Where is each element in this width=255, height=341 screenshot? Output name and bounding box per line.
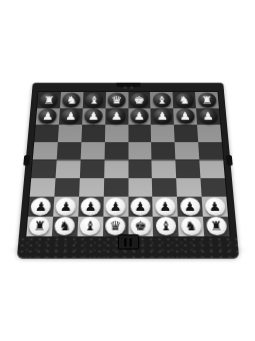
- piece-black-rook-a8[interactable]: ♜: [39, 92, 58, 107]
- piece-white-pawn-c2[interactable]: ♟: [80, 197, 100, 215]
- latch-peg: [123, 86, 126, 88]
- square-d2[interactable]: ♟: [103, 197, 128, 217]
- square-h1[interactable]: ♜: [202, 216, 229, 236]
- square-c8[interactable]: ♝: [82, 92, 105, 108]
- square-f3[interactable]: [152, 178, 177, 197]
- square-d6[interactable]: [104, 125, 127, 142]
- piece-black-pawn-g7[interactable]: ♟: [175, 109, 194, 124]
- square-h7[interactable]: ♟: [196, 108, 220, 125]
- square-h4[interactable]: [199, 159, 224, 177]
- fold-seam: [25, 159, 230, 161]
- square-g7[interactable]: ♟: [173, 108, 197, 125]
- square-f8[interactable]: ♝: [150, 92, 173, 108]
- square-a3[interactable]: [29, 178, 55, 197]
- piece-black-bishop-f8[interactable]: ♝: [152, 92, 170, 107]
- square-b7[interactable]: ♟: [58, 108, 82, 125]
- square-e5[interactable]: [128, 142, 152, 160]
- piece-white-rook-a1[interactable]: ♜: [28, 217, 49, 236]
- piece-black-pawn-a7[interactable]: ♟: [38, 109, 57, 124]
- clasp-slit: [124, 238, 126, 246]
- piece-black-king-e8[interactable]: ♚: [130, 92, 148, 107]
- piece-white-pawn-b2[interactable]: ♟: [55, 197, 76, 215]
- square-d4[interactable]: [103, 159, 127, 177]
- square-h8[interactable]: ♜: [195, 92, 219, 108]
- square-e6[interactable]: [128, 125, 151, 142]
- piece-black-bishop-c8[interactable]: ♝: [84, 92, 102, 107]
- top-frame: [31, 83, 223, 91]
- clasp-slit: [129, 238, 131, 246]
- clasp: [117, 234, 139, 249]
- square-h3[interactable]: [200, 178, 226, 197]
- latch-peg: [129, 86, 132, 88]
- piece-white-knight-b1[interactable]: ♞: [54, 217, 75, 236]
- square-f2[interactable]: ♟: [152, 197, 177, 217]
- square-g4[interactable]: [175, 159, 200, 177]
- square-a6[interactable]: [34, 125, 59, 142]
- square-b2[interactable]: ♟: [53, 197, 79, 217]
- square-b6[interactable]: [57, 125, 81, 142]
- square-g1[interactable]: ♞: [177, 216, 203, 236]
- square-a5[interactable]: [32, 142, 57, 160]
- piece-white-bishop-c1[interactable]: ♝: [79, 217, 100, 236]
- chess-set: ♜♞♝♛♚♝♞♜♟♟♟♟♟♟♟♟♟♟♟♟♟♟♟♟♜♞♝♛♚♝♞♜: [16, 83, 238, 257]
- chess-set-perspective-wrap: ♜♞♝♛♚♝♞♜♟♟♟♟♟♟♟♟♟♟♟♟♟♟♟♟♜♞♝♛♚♝♞♜: [16, 83, 238, 257]
- square-g6[interactable]: [174, 125, 198, 142]
- square-g2[interactable]: ♟: [177, 197, 203, 217]
- piece-white-pawn-e2[interactable]: ♟: [130, 197, 150, 215]
- square-d8[interactable]: ♛: [105, 92, 128, 108]
- piece-white-pawn-a2[interactable]: ♟: [30, 197, 51, 215]
- square-c2[interactable]: ♟: [78, 197, 103, 217]
- piece-white-king-e1[interactable]: ♚: [130, 217, 150, 236]
- square-e4[interactable]: [128, 159, 152, 177]
- chess-board: ♜♞♝♛♚♝♞♜♟♟♟♟♟♟♟♟♟♟♟♟♟♟♟♟♜♞♝♛♚♝♞♜: [26, 92, 229, 236]
- square-b3[interactable]: [54, 178, 79, 197]
- piece-black-queen-d8[interactable]: ♛: [107, 92, 125, 107]
- square-a1[interactable]: ♜: [26, 216, 53, 236]
- piece-white-queen-d1[interactable]: ♛: [105, 217, 125, 236]
- piece-black-knight-b8[interactable]: ♞: [62, 92, 81, 107]
- piece-white-bishop-f1[interactable]: ♝: [155, 217, 176, 236]
- square-g3[interactable]: [176, 178, 201, 197]
- piece-white-pawn-f2[interactable]: ♟: [155, 197, 175, 215]
- square-f7[interactable]: ♟: [150, 108, 173, 125]
- piece-white-pawn-g2[interactable]: ♟: [179, 197, 200, 215]
- piece-white-rook-h1[interactable]: ♜: [205, 217, 226, 236]
- square-a2[interactable]: ♟: [28, 197, 54, 217]
- piece-black-rook-h8[interactable]: ♜: [197, 92, 216, 107]
- square-a8[interactable]: ♜: [37, 92, 61, 108]
- square-f5[interactable]: [151, 142, 175, 160]
- square-e2[interactable]: ♟: [128, 197, 153, 217]
- square-d5[interactable]: [104, 142, 128, 160]
- fold-hinge-left: [23, 155, 30, 166]
- product-photo: ♜♞♝♛♚♝♞♜♟♟♟♟♟♟♟♟♟♟♟♟♟♟♟♟♜♞♝♛♚♝♞♜: [0, 0, 255, 341]
- square-c7[interactable]: ♟: [81, 108, 104, 125]
- square-f1[interactable]: ♝: [152, 216, 178, 236]
- piece-white-pawn-d2[interactable]: ♟: [105, 197, 125, 215]
- square-g8[interactable]: ♞: [172, 92, 195, 108]
- square-a7[interactable]: ♟: [35, 108, 59, 125]
- piece-black-pawn-c7[interactable]: ♟: [84, 109, 103, 124]
- square-d1[interactable]: ♛: [102, 216, 127, 236]
- piece-black-pawn-h7[interactable]: ♟: [198, 109, 217, 124]
- square-g5[interactable]: [174, 142, 199, 160]
- square-b5[interactable]: [56, 142, 81, 160]
- square-c5[interactable]: [80, 142, 104, 160]
- square-d3[interactable]: [103, 178, 128, 197]
- square-f4[interactable]: [151, 159, 176, 177]
- piece-black-knight-g8[interactable]: ♞: [175, 92, 194, 107]
- fold-hinge-right: [225, 155, 232, 166]
- square-e7[interactable]: ♟: [128, 108, 151, 125]
- square-b4[interactable]: [55, 159, 80, 177]
- piece-black-pawn-e7[interactable]: ♟: [130, 109, 148, 124]
- square-c4[interactable]: [79, 159, 104, 177]
- square-e1[interactable]: ♚: [128, 216, 153, 236]
- piece-black-pawn-f7[interactable]: ♟: [153, 109, 172, 124]
- piece-white-knight-g1[interactable]: ♞: [180, 217, 201, 236]
- piece-white-pawn-h2[interactable]: ♟: [204, 197, 225, 215]
- square-h5[interactable]: [198, 142, 223, 160]
- square-d7[interactable]: ♟: [104, 108, 127, 125]
- square-c1[interactable]: ♝: [77, 216, 103, 236]
- square-f6[interactable]: [151, 125, 175, 142]
- piece-black-pawn-b7[interactable]: ♟: [61, 109, 80, 124]
- square-e8[interactable]: ♚: [128, 92, 151, 108]
- square-a4[interactable]: [31, 159, 56, 177]
- square-h2[interactable]: ♟: [201, 197, 227, 217]
- square-c3[interactable]: [78, 178, 103, 197]
- piece-black-pawn-d7[interactable]: ♟: [107, 109, 125, 124]
- square-b1[interactable]: ♞: [51, 216, 77, 236]
- square-c6[interactable]: [81, 125, 105, 142]
- square-b8[interactable]: ♞: [59, 92, 82, 108]
- square-h6[interactable]: [197, 125, 222, 142]
- square-e3[interactable]: [128, 178, 153, 197]
- bottom-frame: [16, 236, 238, 258]
- hinge-latch: [115, 83, 139, 88]
